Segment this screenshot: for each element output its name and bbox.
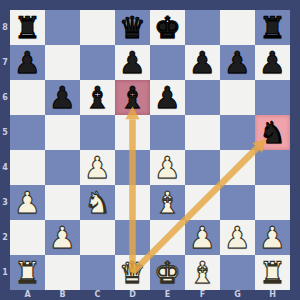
- square-d8[interactable]: ♛: [115, 10, 150, 45]
- piece-white-pawn[interactable]: ♟: [220, 220, 255, 255]
- file-label-f: F: [185, 288, 220, 300]
- square-b3[interactable]: [45, 185, 80, 220]
- square-e7[interactable]: [150, 45, 185, 80]
- square-d1[interactable]: ♛: [115, 255, 150, 290]
- square-f5[interactable]: [185, 115, 220, 150]
- file-label-b: B: [45, 288, 80, 300]
- rank-label-5: 5: [0, 115, 10, 150]
- piece-white-knight[interactable]: ♞: [80, 185, 115, 220]
- file-label-a: A: [10, 288, 45, 300]
- rank-label-7: 7: [0, 45, 10, 80]
- piece-black-queen[interactable]: ♛: [115, 10, 150, 45]
- piece-black-rook[interactable]: ♜: [255, 10, 290, 45]
- square-e2[interactable]: [150, 220, 185, 255]
- file-label-g: G: [220, 288, 255, 300]
- piece-white-king[interactable]: ♚: [150, 255, 185, 290]
- square-h4[interactable]: [255, 150, 290, 185]
- square-a2[interactable]: [10, 220, 45, 255]
- square-h5[interactable]: ♞: [255, 115, 290, 150]
- square-a4[interactable]: [10, 150, 45, 185]
- piece-black-pawn[interactable]: ♟: [10, 45, 45, 80]
- square-e1[interactable]: ♚: [150, 255, 185, 290]
- square-b7[interactable]: [45, 45, 80, 80]
- piece-white-queen[interactable]: ♛: [115, 255, 150, 290]
- square-b8[interactable]: [45, 10, 80, 45]
- square-e4[interactable]: ♟: [150, 150, 185, 185]
- square-c2[interactable]: [80, 220, 115, 255]
- piece-black-bishop[interactable]: ♝: [115, 80, 150, 115]
- piece-black-pawn[interactable]: ♟: [255, 45, 290, 80]
- rank-label-4: 4: [0, 150, 10, 185]
- square-e6[interactable]: ♟: [150, 80, 185, 115]
- file-label-h: H: [255, 288, 290, 300]
- square-f2[interactable]: ♟: [185, 220, 220, 255]
- piece-white-pawn[interactable]: ♟: [255, 220, 290, 255]
- piece-white-bishop[interactable]: ♝: [185, 255, 220, 290]
- square-a7[interactable]: ♟: [10, 45, 45, 80]
- square-b2[interactable]: ♟: [45, 220, 80, 255]
- square-b4[interactable]: [45, 150, 80, 185]
- square-c8[interactable]: [80, 10, 115, 45]
- square-f8[interactable]: [185, 10, 220, 45]
- square-g6[interactable]: [220, 80, 255, 115]
- piece-black-rook[interactable]: ♜: [10, 10, 45, 45]
- square-b5[interactable]: [45, 115, 80, 150]
- square-a8[interactable]: ♜: [10, 10, 45, 45]
- piece-black-pawn[interactable]: ♟: [150, 80, 185, 115]
- square-h2[interactable]: ♟: [255, 220, 290, 255]
- piece-black-king[interactable]: ♚: [150, 10, 185, 45]
- square-f1[interactable]: ♝: [185, 255, 220, 290]
- square-g5[interactable]: [220, 115, 255, 150]
- square-a5[interactable]: [10, 115, 45, 150]
- square-c7[interactable]: [80, 45, 115, 80]
- square-g7[interactable]: ♟: [220, 45, 255, 80]
- square-h7[interactable]: ♟: [255, 45, 290, 80]
- square-h3[interactable]: [255, 185, 290, 220]
- square-g8[interactable]: [220, 10, 255, 45]
- square-a1[interactable]: ♜: [10, 255, 45, 290]
- square-e3[interactable]: ♝: [150, 185, 185, 220]
- piece-white-pawn[interactable]: ♟: [185, 220, 220, 255]
- piece-white-pawn[interactable]: ♟: [45, 220, 80, 255]
- square-d7[interactable]: ♟: [115, 45, 150, 80]
- square-c5[interactable]: [80, 115, 115, 150]
- square-h6[interactable]: [255, 80, 290, 115]
- rank-label-1: 1: [0, 255, 10, 290]
- file-label-e: E: [150, 288, 185, 300]
- square-f3[interactable]: [185, 185, 220, 220]
- piece-white-pawn[interactable]: ♟: [80, 150, 115, 185]
- piece-white-rook[interactable]: ♜: [10, 255, 45, 290]
- square-g1[interactable]: [220, 255, 255, 290]
- piece-black-knight[interactable]: ♞: [255, 115, 290, 150]
- square-d3[interactable]: [115, 185, 150, 220]
- square-b1[interactable]: [45, 255, 80, 290]
- square-b6[interactable]: ♟: [45, 80, 80, 115]
- square-d2[interactable]: [115, 220, 150, 255]
- square-e8[interactable]: ♚: [150, 10, 185, 45]
- square-c6[interactable]: ♝: [80, 80, 115, 115]
- square-a3[interactable]: ♟: [10, 185, 45, 220]
- chess-board: ♜♛♚♜♟♟♟♟♟♟♝♝♟♞♟♟♟♞♝♟♟♟♟♜♛♚♝♜: [10, 10, 290, 290]
- piece-white-pawn[interactable]: ♟: [10, 185, 45, 220]
- square-h1[interactable]: ♜: [255, 255, 290, 290]
- square-f4[interactable]: [185, 150, 220, 185]
- file-label-c: C: [80, 288, 115, 300]
- piece-black-pawn[interactable]: ♟: [45, 80, 80, 115]
- rank-label-6: 6: [0, 80, 10, 115]
- file-label-d: D: [115, 288, 150, 300]
- square-c4[interactable]: ♟: [80, 150, 115, 185]
- piece-black-pawn[interactable]: ♟: [185, 45, 220, 80]
- square-d4[interactable]: [115, 150, 150, 185]
- rank-label-8: 8: [0, 10, 10, 45]
- square-a6[interactable]: [10, 80, 45, 115]
- piece-white-rook[interactable]: ♜: [255, 255, 290, 290]
- square-g3[interactable]: [220, 185, 255, 220]
- piece-white-bishop[interactable]: ♝: [150, 185, 185, 220]
- square-f7[interactable]: ♟: [185, 45, 220, 80]
- square-g2[interactable]: ♟: [220, 220, 255, 255]
- square-f6[interactable]: [185, 80, 220, 115]
- square-g4[interactable]: [220, 150, 255, 185]
- square-c1[interactable]: [80, 255, 115, 290]
- piece-black-pawn[interactable]: ♟: [220, 45, 255, 80]
- piece-black-pawn[interactable]: ♟: [115, 45, 150, 80]
- square-d6[interactable]: ♝: [115, 80, 150, 115]
- square-h8[interactable]: ♜: [255, 10, 290, 45]
- piece-white-pawn[interactable]: ♟: [150, 150, 185, 185]
- square-c3[interactable]: ♞: [80, 185, 115, 220]
- rank-label-2: 2: [0, 220, 10, 255]
- chess-board-frame: ♜♛♚♜♟♟♟♟♟♟♝♝♟♞♟♟♟♞♝♟♟♟♟♜♛♚♝♜ 87654321ABC…: [0, 0, 300, 300]
- square-e5[interactable]: [150, 115, 185, 150]
- piece-black-bishop[interactable]: ♝: [80, 80, 115, 115]
- square-d5[interactable]: [115, 115, 150, 150]
- rank-label-3: 3: [0, 185, 10, 220]
